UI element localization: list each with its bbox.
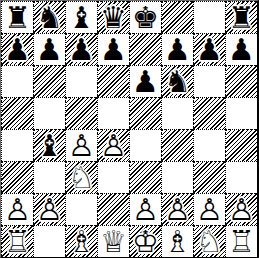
square-b8[interactable]: ♞♞	[33, 1, 65, 33]
square-e3[interactable]	[129, 161, 161, 193]
white-rook[interactable]: ♜♖	[2, 226, 33, 257]
square-d7[interactable]: ♟♟	[97, 33, 129, 65]
piece-outline-layer: ♚	[130, 2, 161, 33]
white-bishop[interactable]: ♝♗	[162, 226, 193, 257]
square-e1[interactable]: ♚♔	[129, 225, 161, 257]
piece-outline-layer: ♛	[98, 2, 129, 33]
piece-outline-layer: ♙	[98, 130, 129, 161]
square-c7[interactable]: ♟♟	[65, 33, 97, 65]
piece-outline-layer: ♝	[34, 130, 65, 161]
square-h1[interactable]: ♜♖	[225, 225, 257, 257]
black-pawn[interactable]: ♟♟	[98, 34, 129, 65]
square-e5[interactable]	[129, 97, 161, 129]
white-pawn[interactable]: ♟♙	[162, 194, 193, 225]
black-pawn[interactable]: ♟♟	[2, 34, 33, 65]
piece-outline-layer: ♟	[34, 34, 65, 65]
white-rook[interactable]: ♜♖	[226, 226, 257, 257]
square-a6[interactable]	[1, 65, 33, 97]
square-c8[interactable]: ♝♝	[65, 1, 97, 33]
piece-outline-layer: ♙	[66, 130, 97, 161]
piece-outline-layer: ♘	[66, 162, 97, 193]
square-d1[interactable]: ♛♕	[97, 225, 129, 257]
square-g6[interactable]	[193, 65, 225, 97]
piece-outline-layer: ♟	[162, 34, 193, 65]
piece-outline-layer: ♙	[194, 194, 225, 225]
white-pawn[interactable]: ♟♙	[66, 130, 97, 161]
chess-board: ♜♜♞♞♝♝♛♛♚♚♜♜♟♟♟♟♟♟♟♟♟♟♟♟♟♟♟♟♞♞♝♝♟♙♟♙♞♘♟♙…	[0, 0, 259, 258]
square-b1[interactable]	[33, 225, 65, 257]
black-pawn[interactable]: ♟♟	[226, 34, 257, 65]
piece-outline-layer: ♔	[130, 226, 161, 257]
square-h2[interactable]: ♟♙	[225, 193, 257, 225]
square-c5[interactable]	[65, 97, 97, 129]
square-a7[interactable]: ♟♟	[1, 33, 33, 65]
square-f1[interactable]: ♝♗	[161, 225, 193, 257]
square-h4[interactable]	[225, 129, 257, 161]
piece-outline-layer: ♟	[66, 34, 97, 65]
piece-outline-layer: ♖	[226, 226, 257, 257]
white-pawn[interactable]: ♟♙	[226, 194, 257, 225]
square-a1[interactable]: ♜♖	[1, 225, 33, 257]
piece-outline-layer: ♟	[98, 34, 129, 65]
square-e8[interactable]: ♚♚	[129, 1, 161, 33]
piece-outline-layer: ♟	[194, 34, 225, 65]
square-f3[interactable]	[161, 161, 193, 193]
white-queen[interactable]: ♛♕	[98, 226, 129, 257]
white-pawn[interactable]: ♟♙	[130, 194, 161, 225]
square-b6[interactable]	[33, 65, 65, 97]
chess-diagram-window: { "game": "chess", "position": { "fen": …	[0, 0, 259, 258]
black-pawn[interactable]: ♟♟	[66, 34, 97, 65]
square-d3[interactable]	[97, 161, 129, 193]
black-knight[interactable]: ♞♞	[34, 2, 65, 33]
square-c3[interactable]: ♞♘	[65, 161, 97, 193]
piece-outline-layer: ♟	[226, 34, 257, 65]
white-pawn[interactable]: ♟♙	[34, 194, 65, 225]
square-h3[interactable]	[225, 161, 257, 193]
square-f7[interactable]: ♟♟	[161, 33, 193, 65]
piece-outline-layer: ♗	[162, 226, 193, 257]
square-d6[interactable]	[97, 65, 129, 97]
white-pawn[interactable]: ♟♙	[2, 194, 33, 225]
square-a8[interactable]: ♜♜	[1, 1, 33, 33]
piece-outline-layer: ♜	[226, 2, 257, 33]
piece-outline-layer: ♗	[66, 226, 97, 257]
square-b2[interactable]: ♟♙	[33, 193, 65, 225]
white-pawn[interactable]: ♟♙	[194, 194, 225, 225]
square-f8[interactable]	[161, 1, 193, 33]
black-king[interactable]: ♚♚	[130, 2, 161, 33]
square-b5[interactable]	[33, 97, 65, 129]
piece-outline-layer: ♙	[130, 194, 161, 225]
square-c1[interactable]: ♝♗	[65, 225, 97, 257]
square-h8[interactable]: ♜♜	[225, 1, 257, 33]
square-a5[interactable]	[1, 97, 33, 129]
black-pawn[interactable]: ♟♟	[194, 34, 225, 65]
square-a3[interactable]	[1, 161, 33, 193]
square-g5[interactable]	[193, 97, 225, 129]
piece-outline-layer: ♞	[162, 66, 193, 97]
square-a4[interactable]	[1, 129, 33, 161]
white-knight[interactable]: ♞♘	[194, 226, 225, 257]
piece-outline-layer: ♘	[194, 226, 225, 257]
piece-outline-layer: ♙	[2, 194, 33, 225]
square-g4[interactable]	[193, 129, 225, 161]
square-c4[interactable]: ♟♙	[65, 129, 97, 161]
white-king[interactable]: ♚♔	[130, 226, 161, 257]
square-f4[interactable]	[161, 129, 193, 161]
black-knight[interactable]: ♞♞	[162, 66, 193, 97]
square-d2[interactable]	[97, 193, 129, 225]
square-g1[interactable]: ♞♘	[193, 225, 225, 257]
square-g7[interactable]: ♟♟	[193, 33, 225, 65]
piece-outline-layer: ♟	[2, 34, 33, 65]
black-pawn[interactable]: ♟♟	[130, 66, 161, 97]
white-knight[interactable]: ♞♘	[66, 162, 97, 193]
white-pawn[interactable]: ♟♙	[98, 130, 129, 161]
square-e2[interactable]: ♟♙	[129, 193, 161, 225]
square-d4[interactable]: ♟♙	[97, 129, 129, 161]
square-h7[interactable]: ♟♟	[225, 33, 257, 65]
square-e4[interactable]	[129, 129, 161, 161]
square-f6[interactable]: ♞♞	[161, 65, 193, 97]
piece-outline-layer: ♞	[34, 2, 65, 33]
square-d8[interactable]: ♛♛	[97, 1, 129, 33]
black-pawn[interactable]: ♟♟	[162, 34, 193, 65]
black-rook[interactable]: ♜♜	[226, 2, 257, 33]
square-c6[interactable]	[65, 65, 97, 97]
square-g2[interactable]: ♟♙	[193, 193, 225, 225]
piece-outline-layer: ♙	[226, 194, 257, 225]
square-h5[interactable]	[225, 97, 257, 129]
black-bishop[interactable]: ♝♝	[66, 2, 97, 33]
square-h6[interactable]	[225, 65, 257, 97]
square-e7[interactable]	[129, 33, 161, 65]
square-b4[interactable]: ♝♝	[33, 129, 65, 161]
square-a2[interactable]: ♟♙	[1, 193, 33, 225]
square-b3[interactable]	[33, 161, 65, 193]
piece-outline-layer: ♟	[130, 66, 161, 97]
square-g3[interactable]	[193, 161, 225, 193]
black-rook[interactable]: ♜♜	[2, 2, 33, 33]
square-d5[interactable]	[97, 97, 129, 129]
piece-outline-layer: ♙	[162, 194, 193, 225]
square-b7[interactable]: ♟♟	[33, 33, 65, 65]
white-bishop[interactable]: ♝♗	[66, 226, 97, 257]
piece-outline-layer: ♝	[66, 2, 97, 33]
black-pawn[interactable]: ♟♟	[34, 34, 65, 65]
piece-outline-layer: ♖	[2, 226, 33, 257]
piece-outline-layer: ♜	[2, 2, 33, 33]
black-queen[interactable]: ♛♛	[98, 2, 129, 33]
piece-outline-layer: ♕	[98, 226, 129, 257]
black-bishop[interactable]: ♝♝	[34, 130, 65, 161]
square-f5[interactable]	[161, 97, 193, 129]
square-f2[interactable]: ♟♙	[161, 193, 193, 225]
square-c2[interactable]	[65, 193, 97, 225]
piece-outline-layer: ♙	[34, 194, 65, 225]
square-e6[interactable]: ♟♟	[129, 65, 161, 97]
square-g8[interactable]	[193, 1, 225, 33]
